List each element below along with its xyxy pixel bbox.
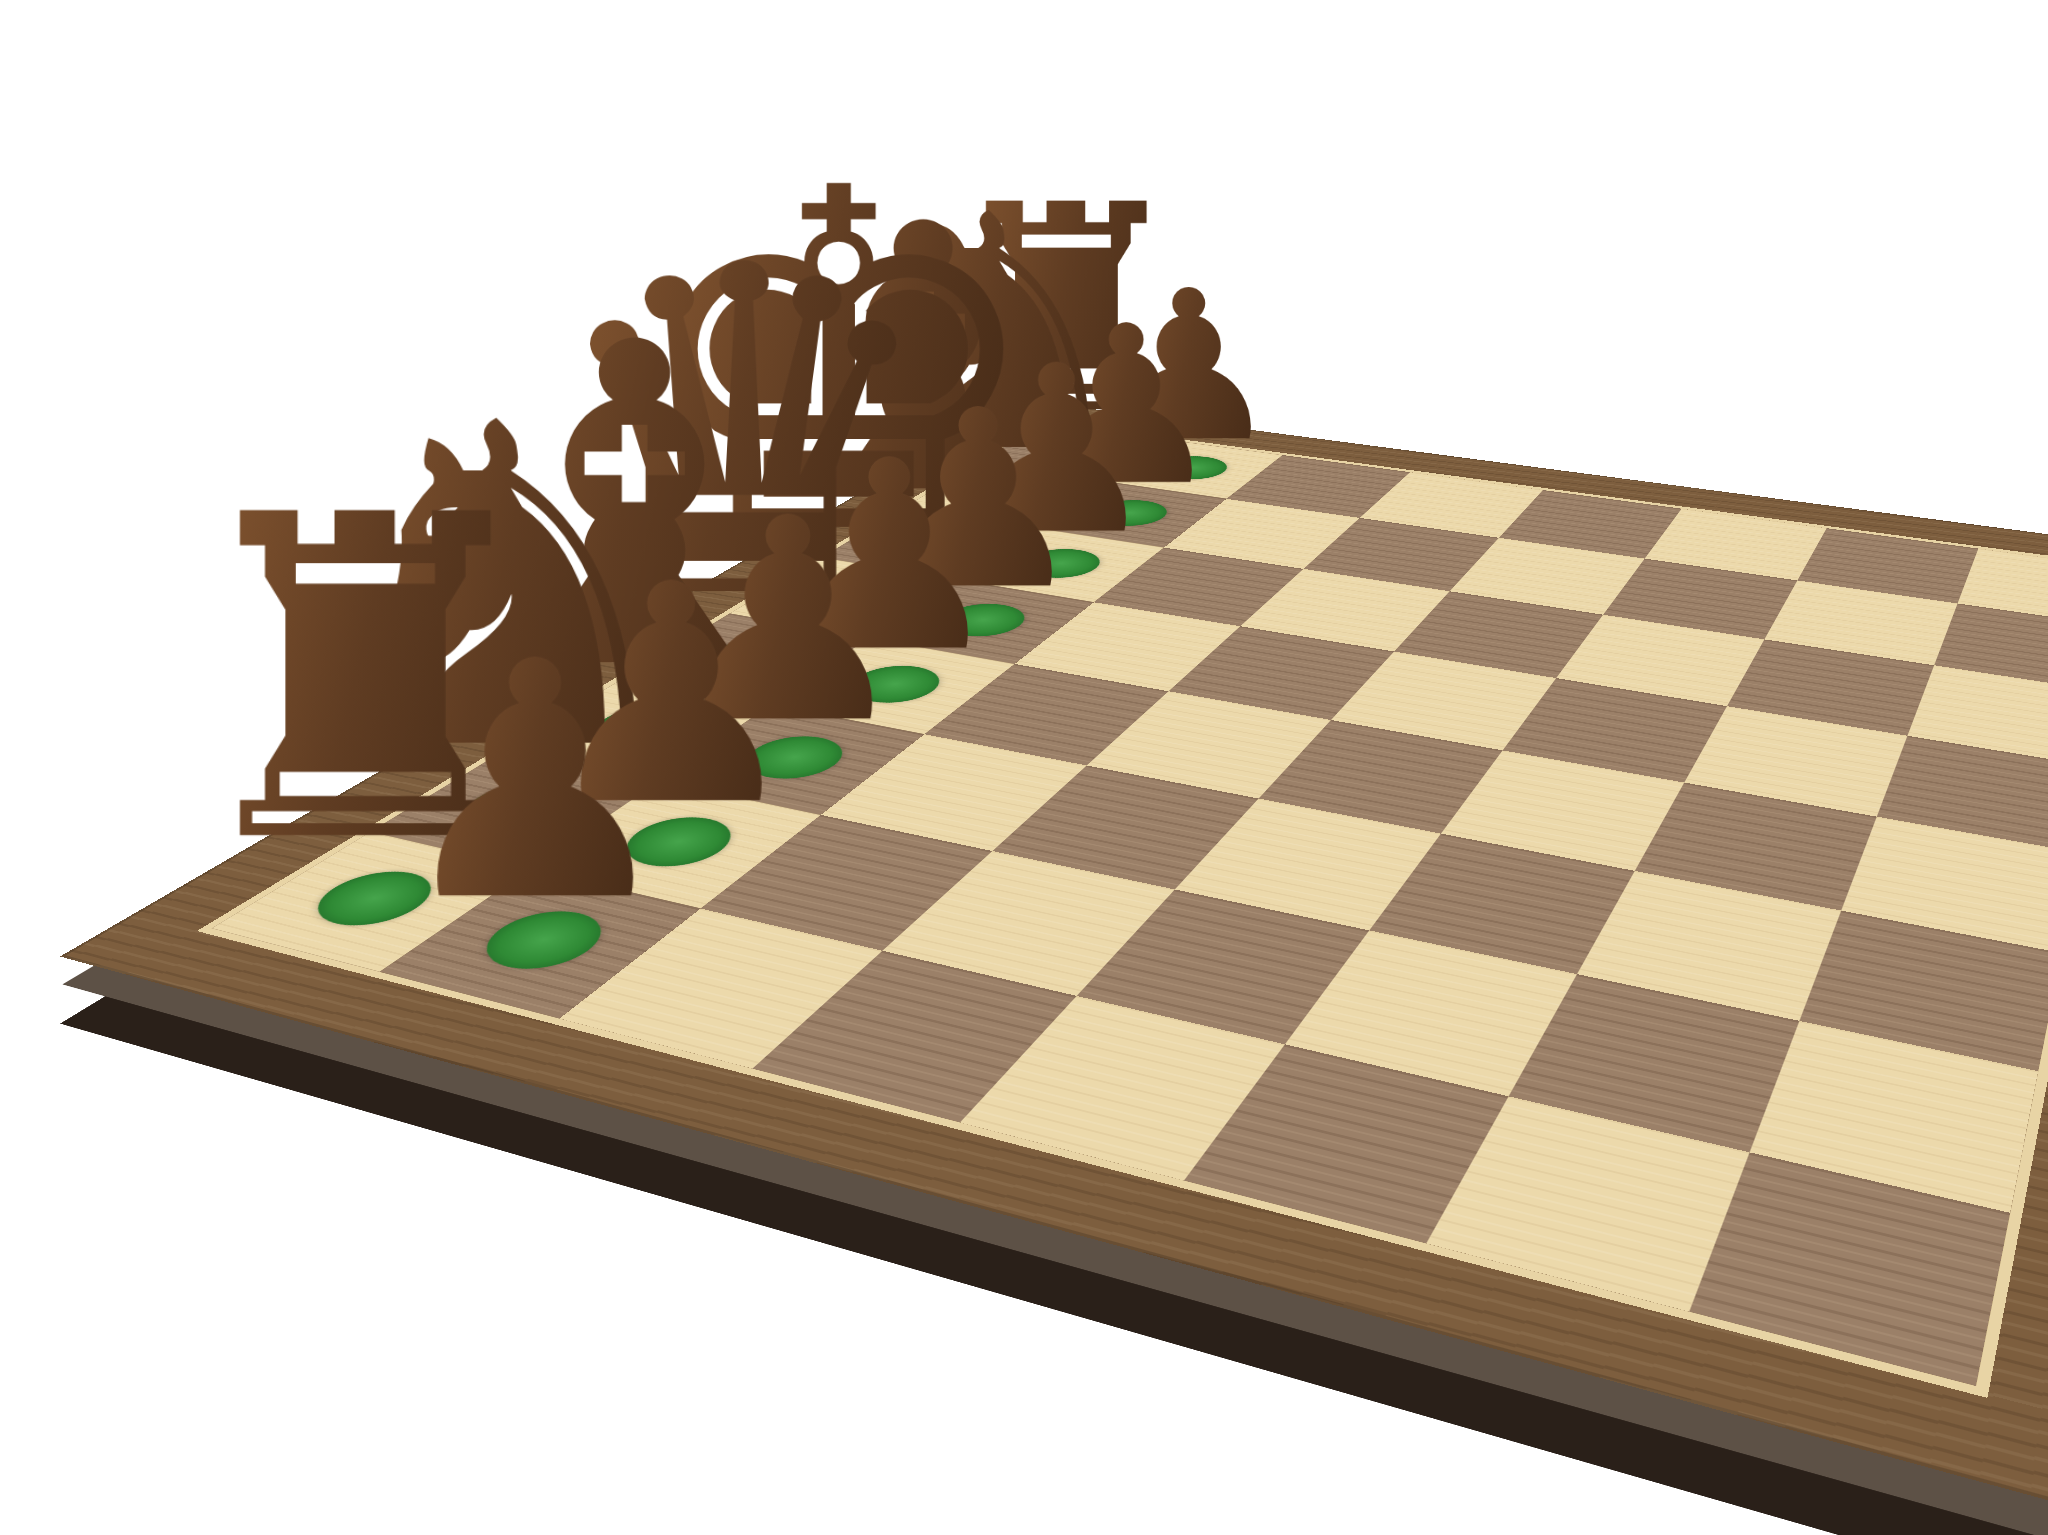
chess-board-frame: ♜♟♞♟♝♟♚♟♛♟♝♟♞♟♜♟ bbox=[60, 400, 2048, 1515]
maple-inlay-border: ♜♟♞♟♝♟♚♟♛♟♝♟♞♟♜♟ bbox=[197, 421, 2048, 1398]
square-e5[interactable] bbox=[1169, 626, 1395, 720]
chess-board-photo: ♜♟♞♟♝♟♚♟♛♟♝♟♞♟♜♟ bbox=[0, 0, 2048, 1535]
board-field: ♜♟♞♟♝♟♚♟♛♟♝♟♞♟♜♟ bbox=[212, 423, 2048, 1386]
piece-black-pawn-a7[interactable]: ♟ bbox=[389, 619, 682, 946]
